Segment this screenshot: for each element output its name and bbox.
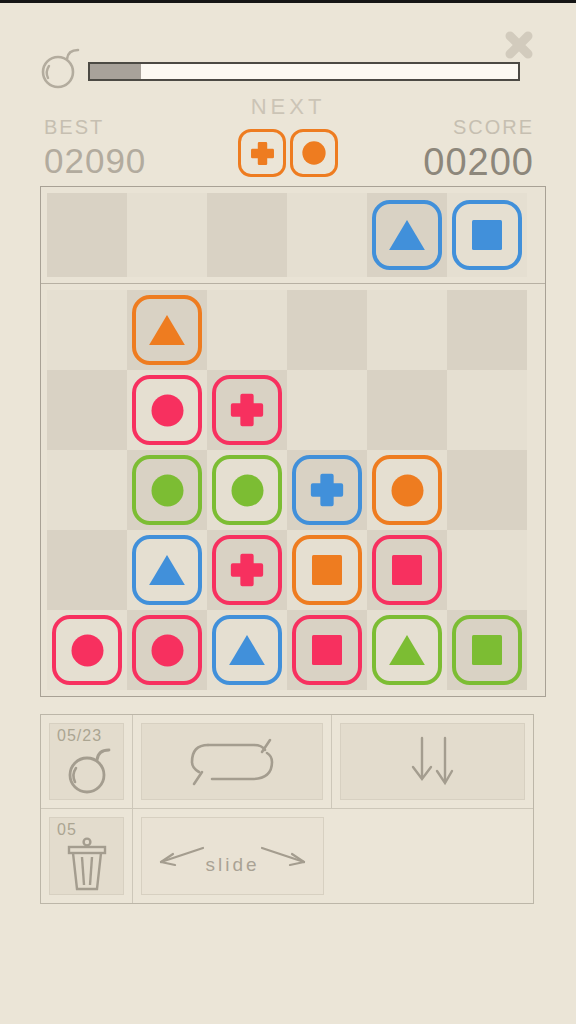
rotate-cell bbox=[133, 715, 332, 809]
tile-green-triangle[interactable] bbox=[372, 615, 442, 685]
board-cell bbox=[47, 193, 127, 277]
score-label: SCORE bbox=[423, 116, 534, 139]
board-cell bbox=[127, 610, 207, 690]
drop-cell bbox=[332, 715, 533, 809]
tile-blue-triangle[interactable] bbox=[132, 535, 202, 605]
board-cell bbox=[207, 530, 287, 610]
best-label: BEST bbox=[44, 116, 146, 139]
board-separator bbox=[41, 283, 545, 284]
slide-area[interactable]: slide bbox=[133, 809, 332, 903]
trash-inner: 05 bbox=[49, 817, 124, 895]
tile-pink-square[interactable] bbox=[372, 535, 442, 605]
board-cell bbox=[367, 193, 447, 277]
board-cell bbox=[367, 290, 447, 370]
trash-icon bbox=[65, 837, 109, 891]
board-cell bbox=[127, 370, 207, 450]
board-cell bbox=[447, 450, 527, 530]
board-cell bbox=[47, 290, 127, 370]
tile-blue-plus[interactable] bbox=[292, 455, 362, 525]
slide-right-arrow-icon bbox=[260, 841, 312, 871]
rotate-button[interactable] bbox=[133, 715, 331, 808]
board-cell bbox=[447, 193, 527, 277]
board-cell bbox=[287, 450, 367, 530]
rotate-icon bbox=[184, 734, 280, 790]
board-cell bbox=[367, 610, 447, 690]
tile-pink-circle[interactable] bbox=[132, 375, 202, 445]
next-tile-orange-plus bbox=[238, 129, 286, 177]
board-cell bbox=[47, 370, 127, 450]
board-cell bbox=[447, 530, 527, 610]
tile-green-square[interactable] bbox=[452, 615, 522, 685]
tile-pink-circle[interactable] bbox=[132, 615, 202, 685]
board-cell bbox=[207, 610, 287, 690]
close-icon bbox=[501, 27, 537, 63]
board-cell bbox=[207, 193, 287, 277]
double-down-arrow-icon bbox=[407, 734, 459, 790]
close-button[interactable] bbox=[501, 27, 537, 63]
tile-orange-square[interactable] bbox=[292, 535, 362, 605]
main-grid bbox=[47, 290, 539, 690]
undo-fruit-counter: 05/23 bbox=[57, 727, 102, 745]
fruit-icon bbox=[41, 46, 81, 90]
tile-pink-plus[interactable] bbox=[212, 375, 282, 445]
undo-fruit-inner: 05/23 bbox=[49, 723, 124, 800]
tile-blue-triangle[interactable] bbox=[212, 615, 282, 685]
staging-row bbox=[47, 193, 539, 277]
tile-orange-triangle[interactable] bbox=[132, 295, 202, 365]
board-cell bbox=[47, 610, 127, 690]
trash-button[interactable]: 05 bbox=[41, 809, 132, 903]
board-cell bbox=[287, 610, 367, 690]
drop-button[interactable] bbox=[332, 715, 533, 808]
board-cell bbox=[447, 370, 527, 450]
slide-label: slide bbox=[205, 854, 259, 876]
board-cell bbox=[367, 370, 447, 450]
undo-fruit-cell: 05/23 bbox=[41, 715, 133, 809]
tile-pink-plus[interactable] bbox=[212, 535, 282, 605]
tile-green-circle[interactable] bbox=[212, 455, 282, 525]
tile-pink-circle[interactable] bbox=[52, 615, 122, 685]
best-value: 02090 bbox=[44, 141, 146, 181]
tile-orange-circle[interactable] bbox=[372, 455, 442, 525]
score-block: SCORE 00200 bbox=[423, 116, 534, 184]
tile-pink-square[interactable] bbox=[292, 615, 362, 685]
tile-blue-triangle[interactable] bbox=[372, 200, 442, 270]
board-cell bbox=[367, 530, 447, 610]
board-cell bbox=[287, 370, 367, 450]
board-cell bbox=[207, 450, 287, 530]
board-cell bbox=[127, 193, 207, 277]
tile-green-circle[interactable] bbox=[132, 455, 202, 525]
board-cell bbox=[447, 610, 527, 690]
board-cell bbox=[207, 290, 287, 370]
board-cell bbox=[447, 290, 527, 370]
board-cell bbox=[47, 450, 127, 530]
board-cell bbox=[127, 450, 207, 530]
drop-inner bbox=[340, 723, 525, 800]
next-tiles-preview bbox=[238, 129, 338, 177]
fruit-icon bbox=[67, 745, 115, 795]
game-board bbox=[40, 186, 546, 697]
undo-fruit-button[interactable]: 05/23 bbox=[41, 715, 132, 808]
slide-left-arrow-icon bbox=[153, 841, 205, 871]
tile-blue-square[interactable] bbox=[452, 200, 522, 270]
board-cell bbox=[207, 370, 287, 450]
best-score-block: BEST 02090 bbox=[44, 116, 146, 181]
board-cell bbox=[367, 450, 447, 530]
level-progress-bar bbox=[88, 62, 520, 81]
board-cell bbox=[47, 530, 127, 610]
control-panel: 05/23 bbox=[40, 714, 534, 904]
board-cell bbox=[127, 290, 207, 370]
board-cell bbox=[287, 290, 367, 370]
next-tile-orange-circle bbox=[290, 129, 338, 177]
slide-cell: slide bbox=[133, 809, 332, 903]
board-cell bbox=[287, 530, 367, 610]
board-cell bbox=[127, 530, 207, 610]
slide-inner: slide bbox=[141, 817, 324, 895]
score-value: 00200 bbox=[423, 141, 534, 184]
rotate-inner bbox=[141, 723, 323, 800]
device-status-bar bbox=[0, 0, 576, 3]
trash-cell: 05 bbox=[41, 809, 133, 903]
board-cell bbox=[287, 193, 367, 277]
level-progress-fill bbox=[90, 64, 141, 79]
